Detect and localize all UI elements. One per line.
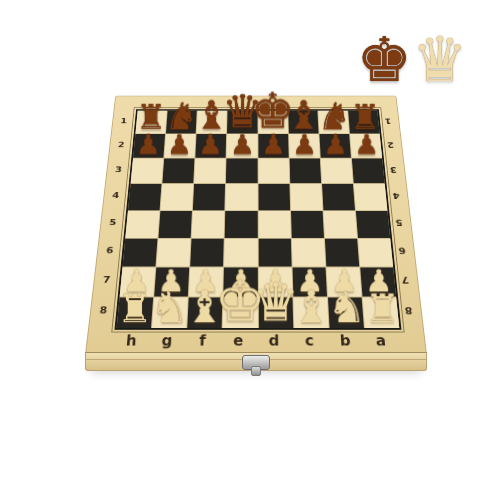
playing-area: ♜♞♝♛♚♝♞♜♟♟♟♟♟♟♟♟♟♟♟♟♟♟♟♟♜♞♝♚♛♝♞♜	[114, 109, 401, 329]
rank-label: 8	[395, 295, 423, 326]
rank-label: 1	[376, 109, 400, 132]
rank-label: 3	[106, 157, 131, 182]
rank-label: 1	[112, 109, 135, 132]
chessboard-scene: 12345678 12345678 hgfedcba ♜♞♝♛♚♝♞♜♟♟♟♟♟…	[85, 23, 425, 353]
board-front-edge	[85, 352, 427, 371]
metal-clasp	[242, 355, 270, 370]
square: ♟	[289, 134, 320, 158]
square	[192, 211, 225, 238]
square	[226, 159, 257, 184]
square	[258, 159, 289, 184]
square: ♜	[362, 297, 399, 328]
square	[131, 159, 164, 184]
light-rook: ♜	[117, 291, 152, 327]
square: ♟	[196, 134, 227, 158]
square: ♞	[328, 297, 364, 328]
square: ♟	[258, 134, 288, 158]
square	[226, 184, 258, 210]
file-label: f	[184, 328, 221, 353]
file-label: b	[327, 328, 364, 353]
light-knight: ♞	[150, 288, 189, 328]
light-knight: ♞	[327, 288, 366, 328]
square: ♟	[227, 134, 257, 158]
square	[356, 211, 390, 238]
square	[193, 184, 225, 210]
rank-label: 5	[100, 209, 126, 236]
square	[354, 184, 388, 210]
square: ♝	[293, 297, 328, 328]
square	[194, 159, 226, 184]
light-rook: ♜	[364, 291, 399, 327]
square	[161, 184, 194, 210]
square	[125, 211, 159, 238]
file-label: c	[291, 328, 328, 353]
square	[225, 211, 257, 238]
square	[289, 159, 321, 184]
dark-pawn: ♟	[261, 132, 286, 157]
square	[159, 211, 193, 238]
square: ♟	[319, 134, 351, 158]
rank-label: 2	[379, 133, 403, 157]
file-label: e	[220, 328, 256, 353]
dark-pawn: ♟	[136, 132, 161, 157]
square: ♟	[133, 134, 165, 158]
file-labels-bottom: hgfedcba	[112, 328, 400, 353]
rank-label: 6	[96, 236, 122, 265]
dark-pawn: ♟	[198, 132, 223, 157]
square	[323, 211, 357, 238]
chessboard: 12345678 12345678 hgfedcba ♜♞♝♛♚♝♞♜♟♟♟♟♟…	[85, 96, 427, 355]
file-label: a	[362, 328, 400, 353]
square	[321, 159, 353, 184]
clasp-knob-icon	[251, 366, 261, 376]
square	[291, 211, 324, 238]
rank-label: 6	[389, 236, 415, 265]
square: ♞	[152, 297, 188, 328]
dark-pawn: ♟	[292, 132, 317, 157]
square	[162, 159, 194, 184]
rank-label: 4	[384, 182, 409, 208]
square: ♚	[223, 297, 257, 328]
rank-label: 4	[103, 182, 128, 208]
square	[258, 184, 290, 210]
dark-pawn: ♟	[354, 132, 379, 157]
board-grid: ♜♞♝♛♚♝♞♜♟♟♟♟♟♟♟♟♟♟♟♟♟♟♟♟♜♞♝♚♛♝♞♜	[117, 111, 400, 328]
rank-label: 3	[381, 157, 406, 182]
file-label: g	[148, 328, 185, 353]
dark-pawn: ♟	[230, 132, 255, 157]
rank-label: 2	[109, 133, 133, 157]
dark-pawn: ♟	[323, 132, 348, 157]
rank-label: 7	[392, 265, 419, 295]
square	[322, 184, 355, 210]
square	[290, 184, 322, 210]
rank-label: 5	[386, 209, 412, 236]
square	[352, 159, 385, 184]
file-label: h	[112, 328, 150, 353]
square: ♝	[188, 297, 223, 328]
square: ♜	[117, 297, 154, 328]
square: ♟	[164, 134, 196, 158]
dark-pawn: ♟	[167, 132, 192, 157]
light-bishop: ♝	[291, 286, 331, 327]
square	[128, 184, 161, 210]
light-bishop: ♝	[185, 286, 225, 327]
rank-label: 7	[93, 265, 120, 295]
square: ♟	[350, 134, 382, 158]
rank-label: 8	[89, 295, 117, 326]
file-label: d	[256, 328, 292, 353]
square	[258, 211, 290, 238]
